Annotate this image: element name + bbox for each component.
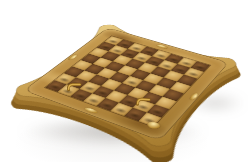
carry-handle-icon: [64, 77, 86, 99]
pawn-glyph: ♟: [186, 58, 201, 75]
chess-board-case: ♜♞♝♛♚♝♞♜♟♟♟♟♟♟♟♟♟♟♟♟♟♟♟♟♜♞♝♛♚♝♞♜: [4, 20, 246, 155]
scene: ♜♞♝♛♚♝♞♜♟♟♟♟♟♟♟♟♟♟♟♟♟♟♟♟♜♞♝♛♚♝♞♜: [0, 0, 248, 162]
pawn-glyph: ♟: [124, 66, 139, 83]
chess-set-photo: { "game": "chess", "scene": { "title": "…: [0, 0, 248, 162]
